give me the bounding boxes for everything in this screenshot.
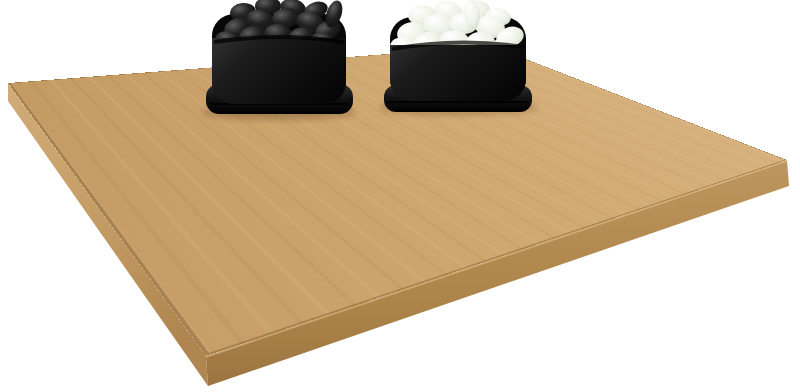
white-stone-bowl[interactable] bbox=[378, 0, 540, 119]
black-stone-bowl[interactable] bbox=[198, 0, 360, 124]
go-board-scene bbox=[0, 0, 800, 392]
